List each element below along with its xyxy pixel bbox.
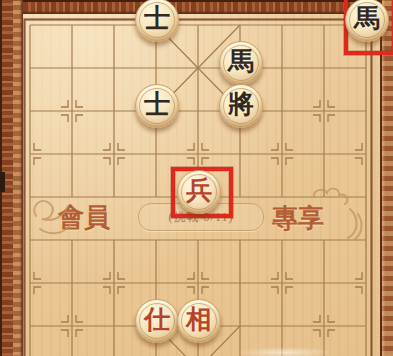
piece-black-general-f3[interactable]: 將: [219, 84, 263, 128]
piece-black-advisor-d1[interactable]: 士: [135, 0, 179, 42]
piece-glyph: 馬: [354, 6, 380, 32]
piece-glyph: 馬: [228, 49, 254, 75]
piece-glyph: 將: [228, 92, 254, 118]
bottom-cloud-wisp: [237, 347, 333, 356]
piece-black-horse-f2[interactable]: 馬: [219, 41, 263, 85]
piece-glyph: 士: [144, 92, 170, 118]
piece-glyph: 相: [186, 307, 212, 333]
piece-red-elephant-e8[interactable]: 相: [177, 299, 221, 343]
piece-glyph: 仕: [144, 307, 170, 333]
piece-black-horse-i1[interactable]: 馬: [345, 0, 389, 42]
piece-red-advisor-d8[interactable]: 仕: [135, 299, 179, 343]
piece-red-soldier-e5[interactable]: 兵: [177, 170, 221, 214]
piece-glyph: 士: [144, 6, 170, 32]
piece-black-advisor-d3[interactable]: 士: [135, 84, 179, 128]
xiangqi-game-screen: 會員 專享 (挑戰 0/11) 士馬馬士將兵仕相: [0, 0, 393, 356]
piece-glyph: 兵: [186, 178, 212, 204]
